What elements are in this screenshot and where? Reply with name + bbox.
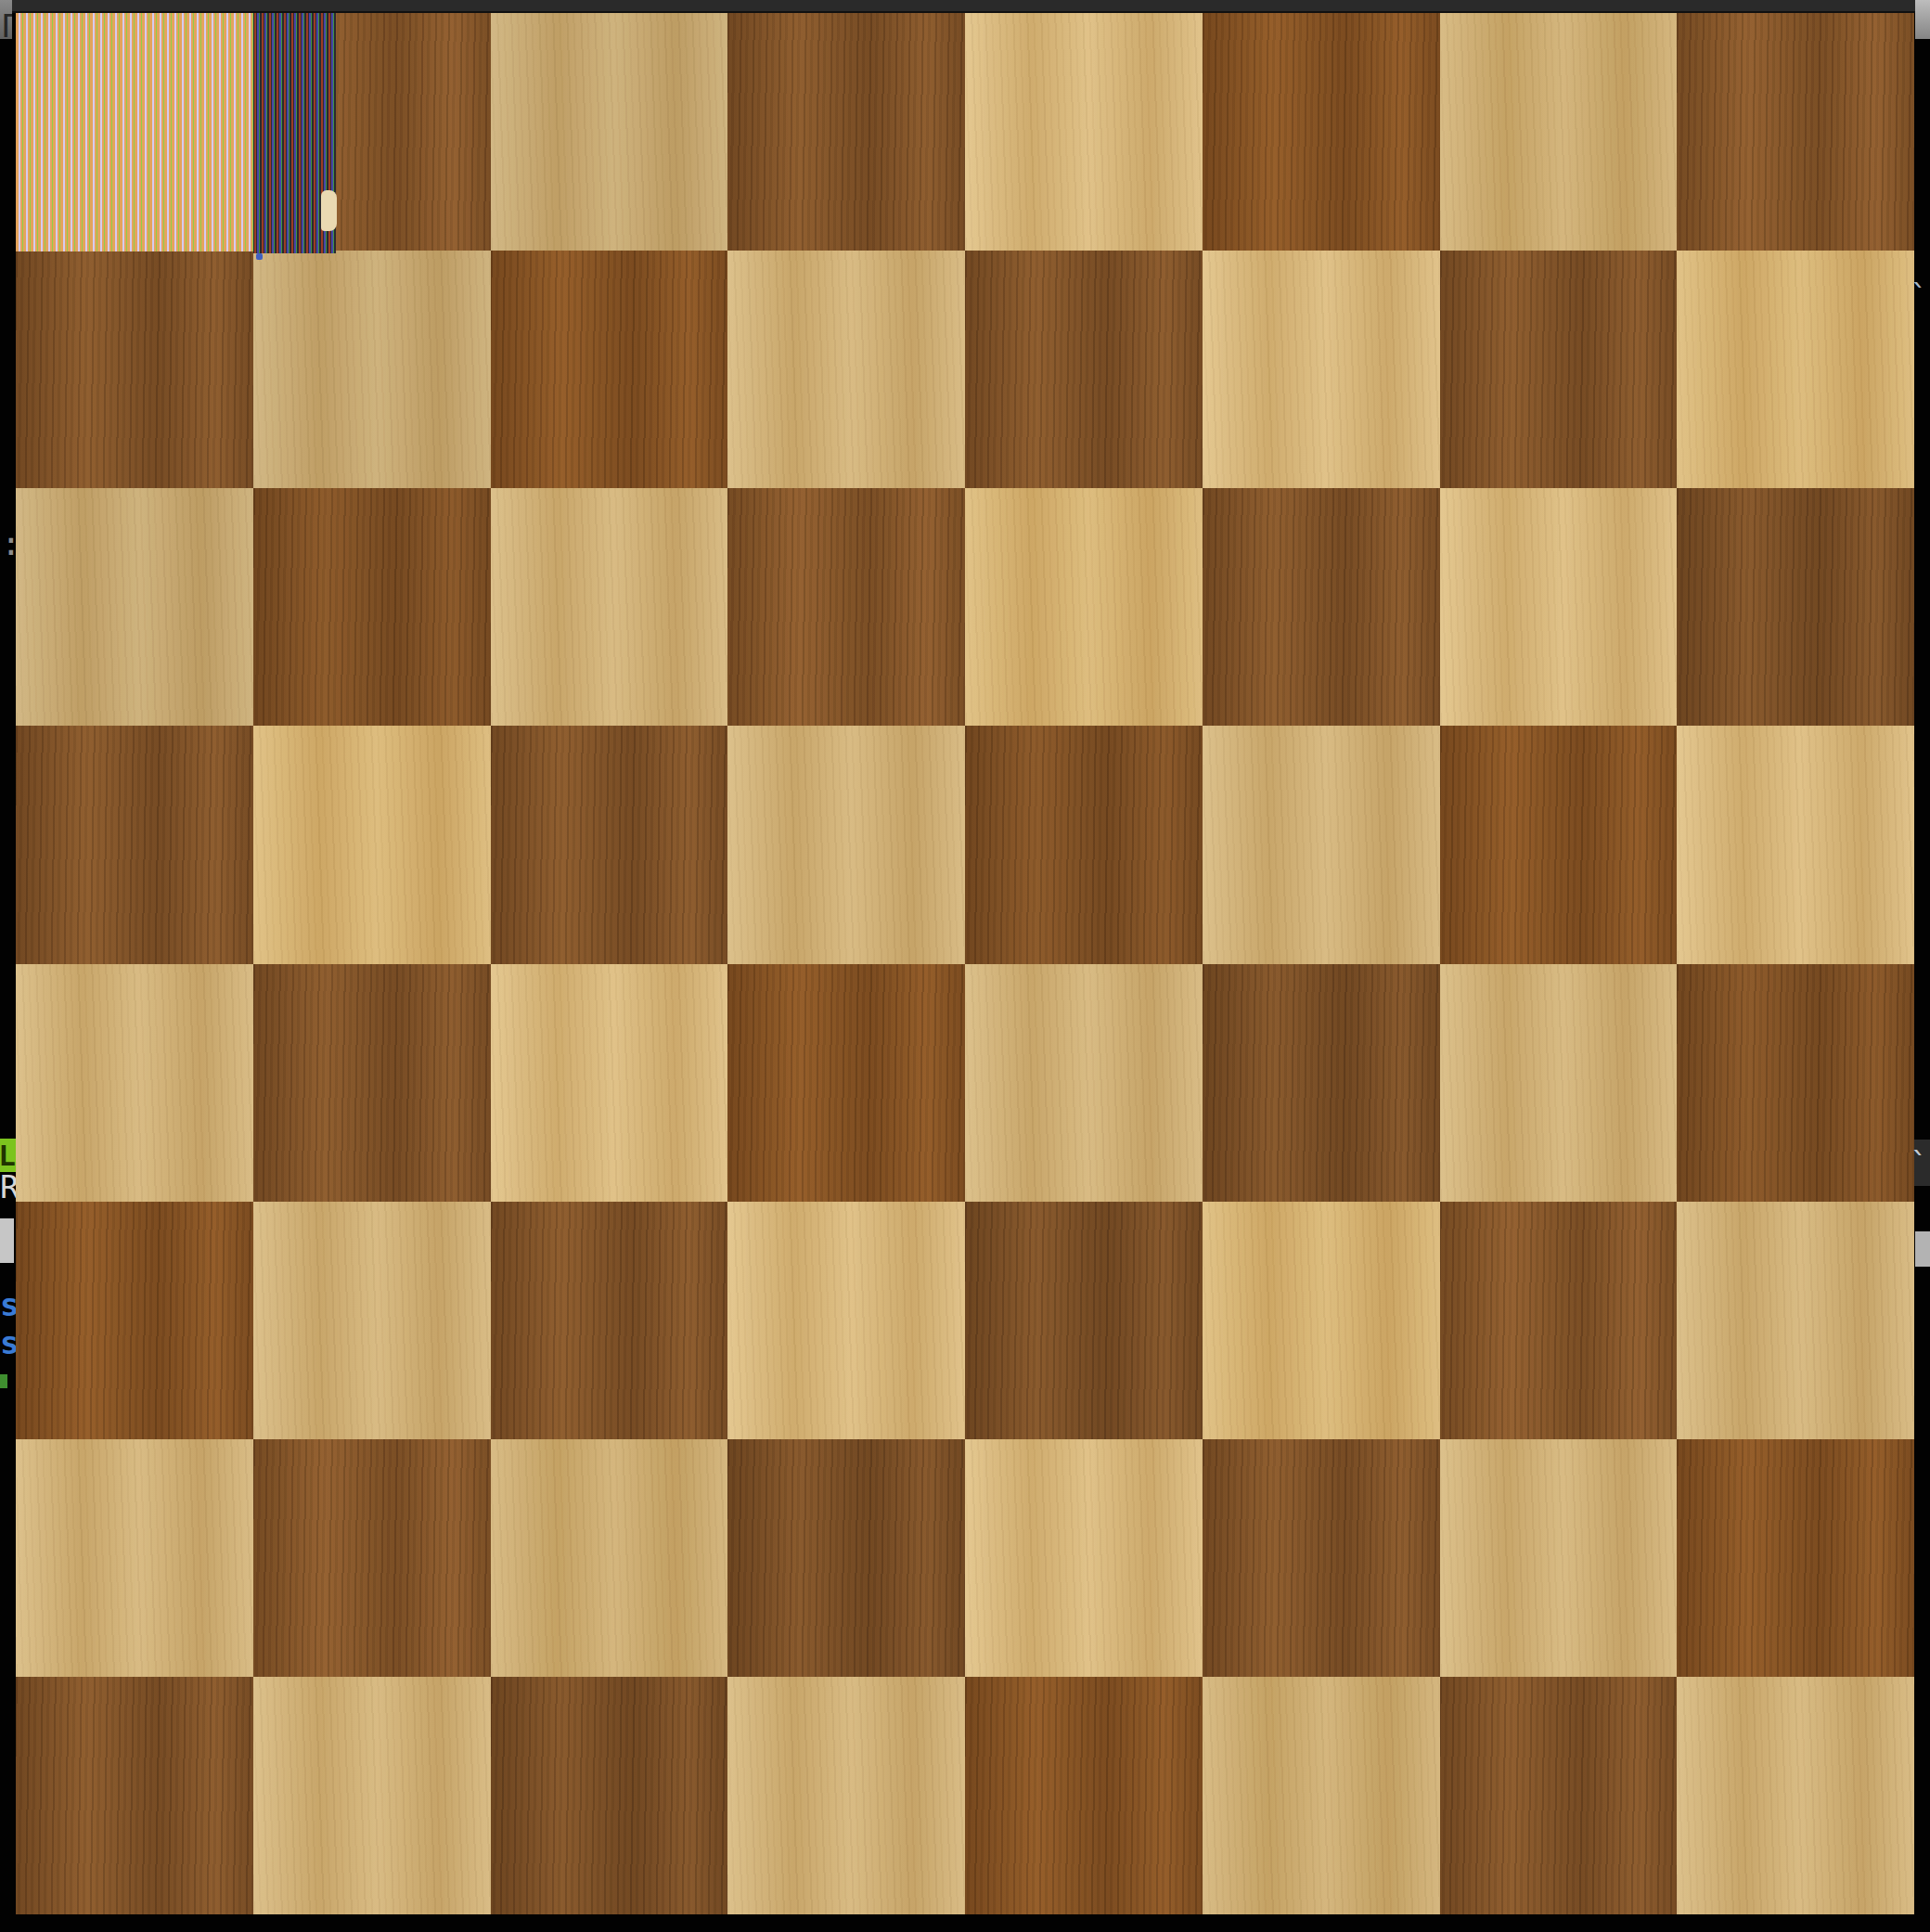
square-g7[interactable]: [1440, 251, 1678, 488]
square-d3[interactable]: [727, 1202, 965, 1439]
square-g6[interactable]: [1440, 488, 1678, 726]
square-g2[interactable]: [1440, 1439, 1678, 1677]
square-f7[interactable]: [1203, 251, 1440, 488]
square-e5[interactable]: [965, 726, 1203, 963]
square-a3[interactable]: [16, 1202, 253, 1439]
square-h5[interactable]: [1677, 726, 1914, 963]
square-h3[interactable]: [1677, 1202, 1914, 1439]
terminal-cursor-block: [0, 1218, 14, 1263]
square-b7[interactable]: [253, 251, 491, 488]
square-a2[interactable]: [16, 1439, 253, 1677]
terminal-prompt-sliver: [0, 1374, 7, 1388]
square-a6[interactable]: [16, 488, 253, 726]
square-e7[interactable]: [965, 251, 1203, 488]
square-c3[interactable]: [491, 1202, 728, 1439]
square-h2[interactable]: [1677, 1439, 1914, 1677]
window-titlebar[interactable]: [0, 0, 1915, 13]
square-b3[interactable]: [253, 1202, 491, 1439]
square-c8[interactable]: [491, 13, 728, 251]
square-d2[interactable]: [727, 1439, 965, 1677]
render-glitch-a8: [16, 13, 253, 251]
square-f2[interactable]: [1203, 1439, 1440, 1677]
background-scrollbar-thumb[interactable]: [1915, 1231, 1930, 1267]
square-a1[interactable]: [16, 1677, 253, 1914]
square-c2[interactable]: [491, 1439, 728, 1677]
badge-text: L: [0, 1141, 16, 1170]
square-d5[interactable]: [727, 726, 965, 963]
square-b2[interactable]: [253, 1439, 491, 1677]
square-e2[interactable]: [965, 1439, 1203, 1677]
square-h6[interactable]: [1677, 488, 1914, 726]
square-f3[interactable]: [1203, 1202, 1440, 1439]
square-f1[interactable]: [1203, 1677, 1440, 1914]
square-d7[interactable]: [727, 251, 965, 488]
square-e8[interactable]: [965, 13, 1203, 251]
background-terminal-cell: Γ: [0, 0, 12, 39]
square-a5[interactable]: [16, 726, 253, 963]
square-b6[interactable]: [253, 488, 491, 726]
square-c6[interactable]: [491, 488, 728, 726]
square-c4[interactable]: [491, 964, 728, 1202]
square-f6[interactable]: [1203, 488, 1440, 726]
square-d6[interactable]: [727, 488, 965, 726]
square-b1[interactable]: [253, 1677, 491, 1914]
square-b4[interactable]: [253, 964, 491, 1202]
square-f5[interactable]: [1203, 726, 1440, 963]
square-g8[interactable]: [1440, 13, 1678, 251]
square-g5[interactable]: [1440, 726, 1678, 963]
square-e3[interactable]: [965, 1202, 1203, 1439]
terminal-statusline-badge: L: [0, 1139, 16, 1172]
square-c5[interactable]: [491, 726, 728, 963]
square-e4[interactable]: [965, 964, 1203, 1202]
square-c7[interactable]: [491, 251, 728, 488]
chess-board: ♟: [16, 13, 1914, 1914]
square-g1[interactable]: [1440, 1677, 1678, 1914]
square-h1[interactable]: [1677, 1677, 1914, 1914]
square-a7[interactable]: [16, 251, 253, 488]
terminal-glyph: Γ: [1, 7, 12, 39]
square-c1[interactable]: [491, 1677, 728, 1914]
square-f4[interactable]: [1203, 964, 1440, 1202]
square-g3[interactable]: [1440, 1202, 1678, 1439]
glitch-dot: [256, 253, 263, 260]
square-d4[interactable]: [727, 964, 965, 1202]
glitch-fleck: [321, 190, 337, 231]
square-h8[interactable]: [1677, 13, 1914, 251]
square-h4[interactable]: [1677, 964, 1914, 1202]
square-e1[interactable]: [965, 1677, 1203, 1914]
square-a4[interactable]: [16, 964, 253, 1202]
background-scrollbar-top[interactable]: [1915, 0, 1930, 39]
square-d1[interactable]: [727, 1677, 965, 1914]
square-b5[interactable]: [253, 726, 491, 963]
square-g4[interactable]: [1440, 964, 1678, 1202]
square-d8[interactable]: [727, 13, 965, 251]
square-f8[interactable]: [1203, 13, 1440, 251]
square-h7[interactable]: [1677, 251, 1914, 488]
terminal-fragment-p-mid: `P: [1910, 1148, 1930, 1179]
square-e6[interactable]: [965, 488, 1203, 726]
